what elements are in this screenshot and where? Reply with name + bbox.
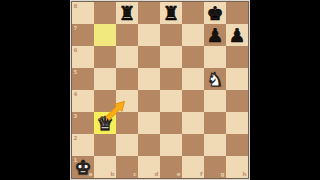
square-g1[interactable]: g (204, 156, 226, 178)
square-h3[interactable] (226, 112, 248, 134)
coordinate-rank-2: 2 (74, 135, 78, 141)
square-f5[interactable] (182, 68, 204, 90)
square-h7[interactable]: ♟ (226, 24, 248, 46)
square-b8[interactable] (94, 2, 116, 24)
coordinate-file-e: e (177, 171, 181, 177)
square-e5[interactable] (160, 68, 182, 90)
square-e8[interactable]: ♜ (160, 2, 182, 24)
coordinate-rank-6: 6 (74, 47, 78, 53)
square-e1[interactable]: e (160, 156, 182, 178)
square-c4[interactable] (116, 90, 138, 112)
square-c6[interactable] (116, 46, 138, 68)
square-h8[interactable] (226, 2, 248, 24)
white-knight-g5[interactable]: ♞ (204, 68, 226, 90)
square-d2[interactable] (138, 134, 160, 156)
square-f3[interactable] (182, 112, 204, 134)
square-e7[interactable] (160, 24, 182, 46)
coordinate-rank-3: 3 (74, 113, 78, 119)
coordinate-file-c: c (133, 171, 136, 177)
coordinate-file-f: f (200, 171, 202, 177)
white-queen-b3[interactable]: ♛ (94, 112, 116, 134)
square-g7[interactable]: ♟ (204, 24, 226, 46)
square-b2[interactable] (94, 134, 116, 156)
black-rook-e8[interactable]: ♜ (160, 2, 182, 24)
square-g2[interactable] (204, 134, 226, 156)
square-c5[interactable] (116, 68, 138, 90)
square-a2[interactable]: 2 (72, 134, 94, 156)
square-d4[interactable] (138, 90, 160, 112)
coordinate-rank-4: 4 (74, 91, 78, 97)
square-a3[interactable]: 3 (72, 112, 94, 134)
square-f2[interactable] (182, 134, 204, 156)
square-g8[interactable]: ♚ (204, 2, 226, 24)
square-h6[interactable] (226, 46, 248, 68)
coordinate-rank-5: 5 (74, 69, 78, 75)
square-d7[interactable] (138, 24, 160, 46)
black-king-g8[interactable]: ♚ (204, 2, 226, 24)
square-d1[interactable]: d (138, 156, 160, 178)
square-f4[interactable] (182, 90, 204, 112)
coordinate-file-d: d (155, 171, 159, 177)
square-e2[interactable] (160, 134, 182, 156)
coordinate-rank-8: 8 (74, 3, 78, 9)
black-pawn-h7[interactable]: ♟ (226, 24, 248, 46)
square-b3[interactable]: ♛ (94, 112, 116, 134)
video-frame: 8♜♜♚7♟♟65♞43♛21a♚bcdefgh (0, 0, 320, 180)
square-f8[interactable] (182, 2, 204, 24)
square-b6[interactable] (94, 46, 116, 68)
square-a7[interactable]: 7 (72, 24, 94, 46)
square-c3[interactable] (116, 112, 138, 134)
coordinate-file-h: h (243, 171, 247, 177)
square-e3[interactable] (160, 112, 182, 134)
square-h4[interactable] (226, 90, 248, 112)
square-h1[interactable]: h (226, 156, 248, 178)
square-c7[interactable] (116, 24, 138, 46)
square-e6[interactable] (160, 46, 182, 68)
square-f6[interactable] (182, 46, 204, 68)
square-c2[interactable] (116, 134, 138, 156)
square-h5[interactable] (226, 68, 248, 90)
square-f1[interactable]: f (182, 156, 204, 178)
square-d8[interactable] (138, 2, 160, 24)
coordinate-file-g: g (221, 171, 225, 177)
square-d5[interactable] (138, 68, 160, 90)
square-d6[interactable] (138, 46, 160, 68)
square-b7[interactable] (94, 24, 116, 46)
square-a1[interactable]: 1a♚ (72, 156, 94, 178)
letterbox-right (250, 0, 320, 180)
square-a5[interactable]: 5 (72, 68, 94, 90)
black-rook-c8[interactable]: ♜ (116, 2, 138, 24)
square-f7[interactable] (182, 24, 204, 46)
square-a4[interactable]: 4 (72, 90, 94, 112)
square-e4[interactable] (160, 90, 182, 112)
square-d3[interactable] (138, 112, 160, 134)
square-g6[interactable] (204, 46, 226, 68)
coordinate-rank-7: 7 (74, 25, 78, 31)
square-g5[interactable]: ♞ (204, 68, 226, 90)
square-g4[interactable] (204, 90, 226, 112)
square-g3[interactable] (204, 112, 226, 134)
square-b4[interactable] (94, 90, 116, 112)
square-h2[interactable] (226, 134, 248, 156)
white-king-a1[interactable]: ♚ (72, 156, 94, 178)
square-c8[interactable]: ♜ (116, 2, 138, 24)
square-a6[interactable]: 6 (72, 46, 94, 68)
chess-board[interactable]: 8♜♜♚7♟♟65♞43♛21a♚bcdefgh (71, 1, 249, 179)
square-a8[interactable]: 8 (72, 2, 94, 24)
black-pawn-g7[interactable]: ♟ (204, 24, 226, 46)
letterbox-left (0, 0, 70, 180)
square-b5[interactable] (94, 68, 116, 90)
coordinate-file-b: b (111, 171, 115, 177)
square-b1[interactable]: b (94, 156, 116, 178)
square-c1[interactable]: c (116, 156, 138, 178)
